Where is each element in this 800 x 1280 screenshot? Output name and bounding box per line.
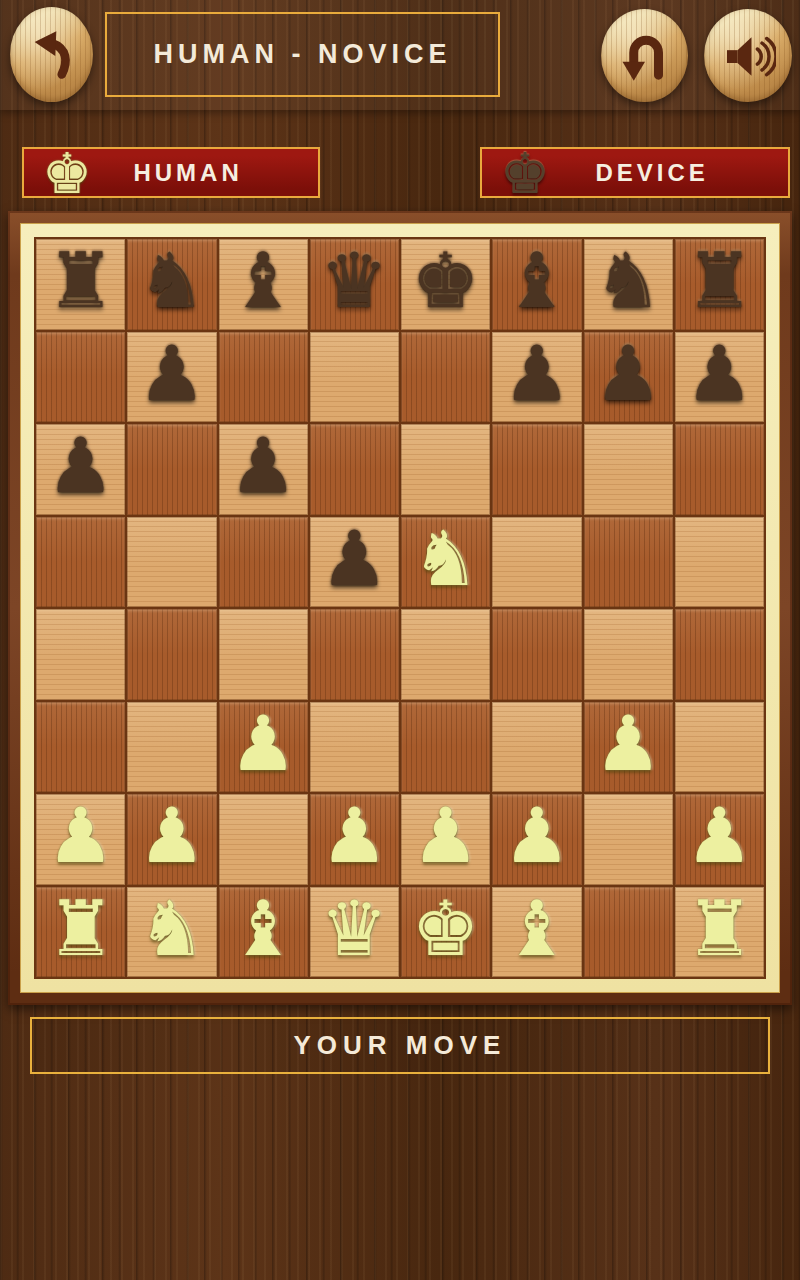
- square-d8[interactable]: ♛: [310, 239, 399, 330]
- black-p-piece: ♟: [503, 336, 571, 412]
- square-b5[interactable]: [127, 517, 216, 608]
- square-c6[interactable]: ♟: [219, 424, 308, 515]
- square-b8[interactable]: ♞: [127, 239, 216, 330]
- white-p-piece: ♟: [685, 798, 753, 874]
- speaker-icon: [720, 28, 776, 84]
- square-f1[interactable]: ♝: [492, 887, 581, 978]
- square-c4[interactable]: [219, 609, 308, 700]
- device-player-label: DEVICE: [550, 159, 788, 187]
- square-g1[interactable]: [584, 887, 673, 978]
- square-b4[interactable]: [127, 609, 216, 700]
- device-player-banner: ♚ DEVICE: [480, 147, 790, 198]
- square-b1[interactable]: ♞: [127, 887, 216, 978]
- board-mat: ♜♞♝♛♚♝♞♜♟♟♟♟♟♟♟♞♟♟♟♟♟♟♟♟♜♞♝♛♚♝♜: [20, 223, 780, 993]
- square-f2[interactable]: ♟: [492, 794, 581, 885]
- square-h6[interactable]: [675, 424, 764, 515]
- square-f3[interactable]: [492, 702, 581, 793]
- white-r-piece: ♜: [685, 891, 753, 967]
- square-a8[interactable]: ♜: [36, 239, 125, 330]
- square-e5[interactable]: ♞: [401, 517, 490, 608]
- square-c2[interactable]: [219, 794, 308, 885]
- square-d1[interactable]: ♛: [310, 887, 399, 978]
- black-p-piece: ♟: [229, 428, 297, 504]
- square-g4[interactable]: [584, 609, 673, 700]
- square-g5[interactable]: [584, 517, 673, 608]
- human-player-label: HUMAN: [92, 159, 318, 187]
- black-k-piece: ♚: [412, 243, 480, 319]
- square-g2[interactable]: [584, 794, 673, 885]
- black-r-piece: ♜: [685, 243, 753, 319]
- square-e6[interactable]: [401, 424, 490, 515]
- black-b-piece: ♝: [229, 243, 297, 319]
- square-a4[interactable]: [36, 609, 125, 700]
- square-g3[interactable]: ♟: [584, 702, 673, 793]
- black-p-piece: ♟: [138, 336, 206, 412]
- square-h7[interactable]: ♟: [675, 332, 764, 423]
- square-a2[interactable]: ♟: [36, 794, 125, 885]
- square-g7[interactable]: ♟: [584, 332, 673, 423]
- game-title: HUMAN - NOVICE: [154, 39, 452, 70]
- black-q-piece: ♛: [320, 243, 388, 319]
- white-n-piece: ♞: [412, 521, 480, 597]
- square-e4[interactable]: [401, 609, 490, 700]
- black-p-piece: ♟: [320, 521, 388, 597]
- square-d7[interactable]: [310, 332, 399, 423]
- square-c7[interactable]: [219, 332, 308, 423]
- square-d6[interactable]: [310, 424, 399, 515]
- white-p-piece: ♟: [320, 798, 388, 874]
- square-h8[interactable]: ♜: [675, 239, 764, 330]
- square-h3[interactable]: [675, 702, 764, 793]
- square-e8[interactable]: ♚: [401, 239, 490, 330]
- square-a5[interactable]: [36, 517, 125, 608]
- square-b6[interactable]: [127, 424, 216, 515]
- square-e7[interactable]: [401, 332, 490, 423]
- square-h4[interactable]: [675, 609, 764, 700]
- black-p-piece: ♟: [685, 336, 753, 412]
- square-b3[interactable]: [127, 702, 216, 793]
- white-p-piece: ♟: [138, 798, 206, 874]
- black-n-piece: ♞: [594, 243, 662, 319]
- square-f8[interactable]: ♝: [492, 239, 581, 330]
- black-b-piece: ♝: [503, 243, 571, 319]
- square-d4[interactable]: [310, 609, 399, 700]
- white-king-icon: ♚: [42, 154, 92, 194]
- status-message: YOUR MOVE: [294, 1030, 507, 1061]
- square-a3[interactable]: [36, 702, 125, 793]
- status-banner: YOUR MOVE: [30, 1017, 770, 1074]
- square-h5[interactable]: [675, 517, 764, 608]
- square-d3[interactable]: [310, 702, 399, 793]
- white-p-piece: ♟: [503, 798, 571, 874]
- square-f7[interactable]: ♟: [492, 332, 581, 423]
- header-bar: HUMAN - NOVICE: [0, 0, 800, 110]
- white-b-piece: ♝: [503, 891, 571, 967]
- square-f6[interactable]: [492, 424, 581, 515]
- black-p-piece: ♟: [47, 428, 115, 504]
- human-player-banner: ♚ HUMAN: [22, 147, 320, 198]
- square-e3[interactable]: [401, 702, 490, 793]
- square-b7[interactable]: ♟: [127, 332, 216, 423]
- square-f4[interactable]: [492, 609, 581, 700]
- square-h2[interactable]: ♟: [675, 794, 764, 885]
- square-c8[interactable]: ♝: [219, 239, 308, 330]
- white-p-piece: ♟: [229, 706, 297, 782]
- square-h1[interactable]: ♜: [675, 887, 764, 978]
- square-c3[interactable]: ♟: [219, 702, 308, 793]
- white-r-piece: ♜: [47, 891, 115, 967]
- square-g6[interactable]: [584, 424, 673, 515]
- game-title-box: HUMAN - NOVICE: [105, 12, 500, 97]
- square-g8[interactable]: ♞: [584, 239, 673, 330]
- square-c5[interactable]: [219, 517, 308, 608]
- black-n-piece: ♞: [138, 243, 206, 319]
- square-b2[interactable]: ♟: [127, 794, 216, 885]
- square-f5[interactable]: [492, 517, 581, 608]
- white-q-piece: ♛: [320, 891, 388, 967]
- black-p-piece: ♟: [594, 336, 662, 412]
- undo-button[interactable]: [601, 9, 688, 102]
- black-king-icon: ♚: [500, 154, 550, 194]
- black-r-piece: ♜: [47, 243, 115, 319]
- square-d5[interactable]: ♟: [310, 517, 399, 608]
- u-turn-undo-icon: [618, 29, 672, 83]
- square-a6[interactable]: ♟: [36, 424, 125, 515]
- white-n-piece: ♞: [138, 891, 206, 967]
- board-frame: ♜♞♝♛♚♝♞♜♟♟♟♟♟♟♟♞♟♟♟♟♟♟♟♟♜♞♝♛♚♝♜: [8, 211, 792, 1005]
- white-k-piece: ♚: [412, 891, 480, 967]
- square-e1[interactable]: ♚: [401, 887, 490, 978]
- square-e2[interactable]: ♟: [401, 794, 490, 885]
- white-p-piece: ♟: [412, 798, 480, 874]
- white-b-piece: ♝: [229, 891, 297, 967]
- white-p-piece: ♟: [47, 798, 115, 874]
- square-a7[interactable]: [36, 332, 125, 423]
- white-p-piece: ♟: [594, 706, 662, 782]
- chess-board: ♜♞♝♛♚♝♞♜♟♟♟♟♟♟♟♞♟♟♟♟♟♟♟♟♜♞♝♛♚♝♜: [34, 237, 766, 979]
- square-a1[interactable]: ♜: [36, 887, 125, 978]
- back-arrow-icon: [26, 29, 78, 81]
- square-c1[interactable]: ♝: [219, 887, 308, 978]
- sound-button[interactable]: [704, 9, 792, 102]
- back-button[interactable]: [10, 7, 93, 102]
- square-d2[interactable]: ♟: [310, 794, 399, 885]
